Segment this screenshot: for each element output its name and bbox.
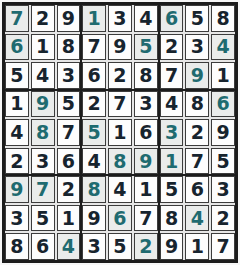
cell-r7c1[interactable]: 9 — [5, 176, 29, 203]
cell-r5c6[interactable]: 6 — [134, 119, 158, 146]
sudoku-box-2: 134795628 — [82, 5, 157, 89]
cell-r7c9[interactable]: 3 — [211, 176, 235, 203]
cell-r6c6[interactable]: 9 — [134, 148, 158, 175]
cell-r2c9[interactable]: 4 — [211, 34, 235, 61]
cell-r7c3[interactable]: 2 — [57, 176, 81, 203]
cell-r2c3[interactable]: 8 — [57, 34, 81, 61]
sudoku-box-4: 195487236 — [5, 91, 80, 175]
cell-r9c4[interactable]: 3 — [82, 233, 106, 260]
cell-r3c2[interactable]: 4 — [31, 62, 55, 89]
cell-r5c8[interactable]: 2 — [185, 119, 209, 146]
cell-r8c7[interactable]: 8 — [160, 205, 184, 232]
cell-r9c6[interactable]: 2 — [134, 233, 158, 260]
cell-r6c8[interactable]: 7 — [185, 148, 209, 175]
cell-r1c5[interactable]: 3 — [108, 5, 132, 32]
cell-r9c1[interactable]: 8 — [5, 233, 29, 260]
cell-r7c5[interactable]: 4 — [108, 176, 132, 203]
cell-r9c7[interactable]: 9 — [160, 233, 184, 260]
cell-r3c8[interactable]: 9 — [185, 62, 209, 89]
cell-r1c4[interactable]: 1 — [82, 5, 106, 32]
cell-r3c9[interactable]: 1 — [211, 62, 235, 89]
cell-r5c9[interactable]: 9 — [211, 119, 235, 146]
cell-r6c9[interactable]: 5 — [211, 148, 235, 175]
cell-r8c1[interactable]: 3 — [5, 205, 29, 232]
sudoku-board: 7296185431347956286582347911954872362735… — [2, 2, 238, 263]
cell-r8c3[interactable]: 1 — [57, 205, 81, 232]
cell-r2c4[interactable]: 7 — [82, 34, 106, 61]
cell-r2c5[interactable]: 9 — [108, 34, 132, 61]
cell-r4c4[interactable]: 2 — [82, 91, 106, 118]
cell-r8c6[interactable]: 7 — [134, 205, 158, 232]
cell-r3c7[interactable]: 7 — [160, 62, 184, 89]
cell-r4c6[interactable]: 3 — [134, 91, 158, 118]
cell-r4c1[interactable]: 1 — [5, 91, 29, 118]
cell-r4c7[interactable]: 4 — [160, 91, 184, 118]
sudoku-box-6: 486329175 — [160, 91, 235, 175]
cell-r8c2[interactable]: 5 — [31, 205, 55, 232]
cell-r3c4[interactable]: 6 — [82, 62, 106, 89]
cell-r7c7[interactable]: 5 — [160, 176, 184, 203]
cell-r6c5[interactable]: 8 — [108, 148, 132, 175]
cell-r7c2[interactable]: 7 — [31, 176, 55, 203]
cell-r9c9[interactable]: 7 — [211, 233, 235, 260]
cell-r1c7[interactable]: 6 — [160, 5, 184, 32]
cell-r9c8[interactable]: 1 — [185, 233, 209, 260]
cell-r1c3[interactable]: 9 — [57, 5, 81, 32]
cell-r5c1[interactable]: 4 — [5, 119, 29, 146]
cell-r8c5[interactable]: 6 — [108, 205, 132, 232]
cell-r6c7[interactable]: 1 — [160, 148, 184, 175]
cell-r8c4[interactable]: 9 — [82, 205, 106, 232]
cell-r6c3[interactable]: 6 — [57, 148, 81, 175]
cell-r6c1[interactable]: 2 — [5, 148, 29, 175]
cell-r8c9[interactable]: 2 — [211, 205, 235, 232]
cell-r7c6[interactable]: 1 — [134, 176, 158, 203]
cell-r1c8[interactable]: 5 — [185, 5, 209, 32]
cell-r6c2[interactable]: 3 — [31, 148, 55, 175]
cell-r2c6[interactable]: 5 — [134, 34, 158, 61]
cell-r5c2[interactable]: 8 — [31, 119, 55, 146]
cell-r4c9[interactable]: 6 — [211, 91, 235, 118]
cell-r2c8[interactable]: 3 — [185, 34, 209, 61]
sudoku-box-7: 972351864 — [5, 176, 80, 260]
cell-r5c5[interactable]: 1 — [108, 119, 132, 146]
cell-r2c1[interactable]: 6 — [5, 34, 29, 61]
cell-r1c9[interactable]: 8 — [211, 5, 235, 32]
sudoku-box-8: 841967352 — [82, 176, 157, 260]
cell-r1c2[interactable]: 2 — [31, 5, 55, 32]
cell-r2c7[interactable]: 2 — [160, 34, 184, 61]
cell-r9c2[interactable]: 6 — [31, 233, 55, 260]
sudoku-box-1: 729618543 — [5, 5, 80, 89]
sudoku-box-9: 563842917 — [160, 176, 235, 260]
cell-r3c3[interactable]: 3 — [57, 62, 81, 89]
cell-r6c4[interactable]: 4 — [82, 148, 106, 175]
cell-r9c5[interactable]: 5 — [108, 233, 132, 260]
cell-r5c3[interactable]: 7 — [57, 119, 81, 146]
cell-r1c6[interactable]: 4 — [134, 5, 158, 32]
cell-r8c8[interactable]: 4 — [185, 205, 209, 232]
cell-r3c1[interactable]: 5 — [5, 62, 29, 89]
cell-r3c5[interactable]: 2 — [108, 62, 132, 89]
cell-r7c8[interactable]: 6 — [185, 176, 209, 203]
cell-r4c5[interactable]: 7 — [108, 91, 132, 118]
sudoku-box-3: 658234791 — [160, 5, 235, 89]
sudoku-box-5: 273516489 — [82, 91, 157, 175]
cell-r3c6[interactable]: 8 — [134, 62, 158, 89]
cell-r5c4[interactable]: 5 — [82, 119, 106, 146]
cell-r7c4[interactable]: 8 — [82, 176, 106, 203]
cell-r5c7[interactable]: 3 — [160, 119, 184, 146]
cell-r9c3[interactable]: 4 — [57, 233, 81, 260]
cell-r4c2[interactable]: 9 — [31, 91, 55, 118]
cell-r4c3[interactable]: 5 — [57, 91, 81, 118]
cell-r2c2[interactable]: 1 — [31, 34, 55, 61]
cell-r4c8[interactable]: 8 — [185, 91, 209, 118]
cell-r1c1[interactable]: 7 — [5, 5, 29, 32]
